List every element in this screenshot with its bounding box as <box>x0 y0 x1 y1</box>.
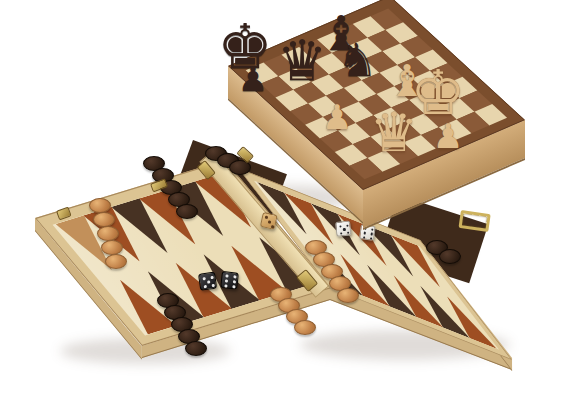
product-photo-scene: ♚♟♛♝♞♟♛♝♚♟ <box>0 0 570 400</box>
die-pip <box>370 237 373 240</box>
die-pip <box>211 276 214 279</box>
die-pip <box>271 225 274 228</box>
checker-tan <box>89 198 111 213</box>
black-die-1 <box>198 272 217 291</box>
die-pip <box>202 277 205 280</box>
die-pip <box>363 236 366 239</box>
die-pip <box>233 276 236 279</box>
black-die-2 <box>220 271 239 290</box>
white-die-1 <box>335 220 351 236</box>
checker-tan <box>97 226 119 241</box>
die-pip <box>225 280 228 283</box>
die-pip <box>364 232 367 235</box>
wooden-die <box>260 212 278 230</box>
die-pip <box>212 284 215 287</box>
die-pip <box>343 228 346 231</box>
chess-piece-light-pawn-2: ♟ <box>431 119 465 153</box>
die-pip <box>340 232 343 235</box>
die-pip <box>339 225 342 228</box>
checker-tan <box>105 254 127 269</box>
checker-tan <box>93 212 115 227</box>
chess-piece-dark-knight: ♞ <box>334 37 380 83</box>
checker-dark <box>185 341 207 356</box>
die-pip <box>204 285 207 288</box>
die-pip <box>371 229 374 232</box>
checker-tan <box>101 240 123 255</box>
checker-tan <box>337 288 359 303</box>
die-pip <box>347 232 350 235</box>
chess-piece-dark-pawn: ♟ <box>236 62 270 96</box>
die-pip <box>265 216 268 219</box>
chess-piece-light-king: ♚ <box>407 62 469 124</box>
die-pip <box>232 285 235 288</box>
checker-dark <box>439 249 461 264</box>
die-pip <box>346 224 349 227</box>
checker-tan <box>294 320 316 335</box>
die-pip <box>268 221 271 224</box>
die-pip <box>225 284 228 287</box>
die-pip <box>370 233 373 236</box>
checker-dark <box>176 204 198 219</box>
die-pip <box>233 280 236 283</box>
die-pip <box>226 275 229 278</box>
die-pip <box>207 281 210 284</box>
chess-piece-light-pawn-1: ♟ <box>320 100 354 134</box>
